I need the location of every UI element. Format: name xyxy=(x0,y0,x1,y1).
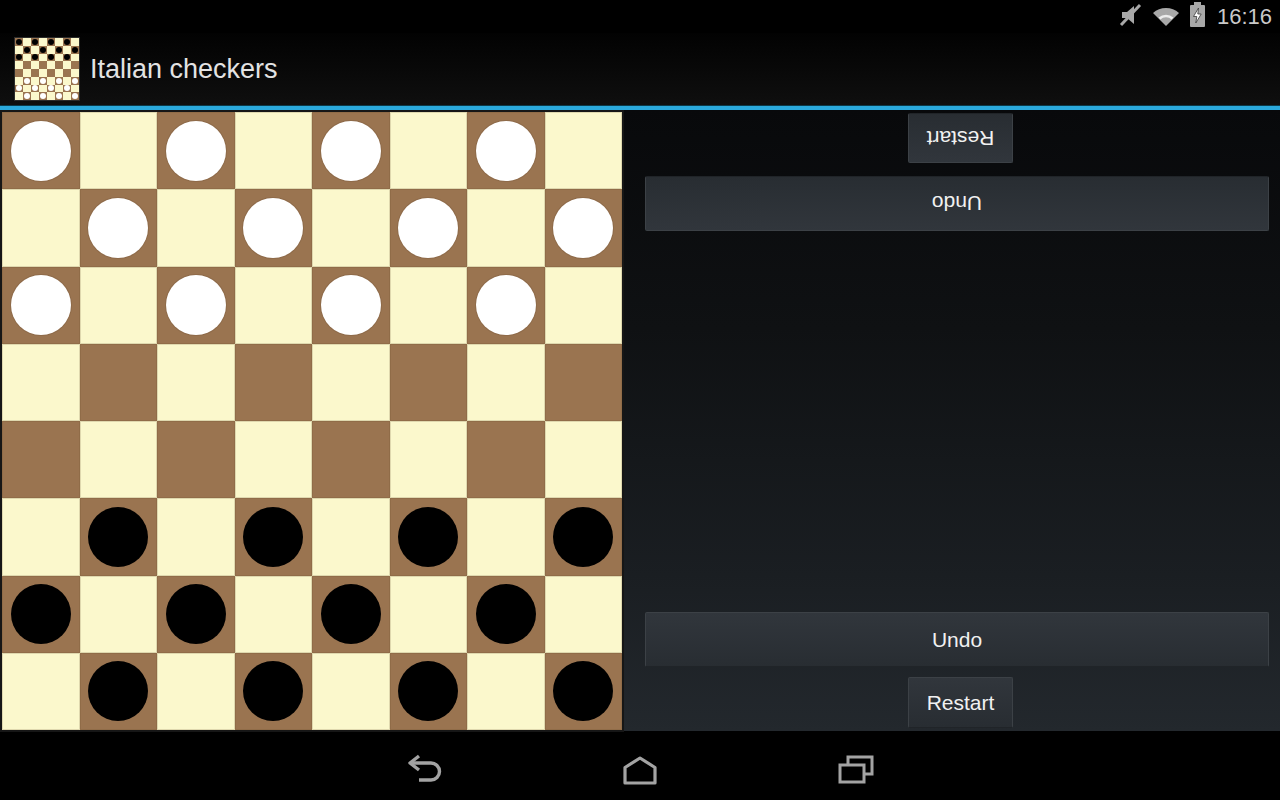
app-icon-square xyxy=(71,77,79,85)
white-piece[interactable] xyxy=(321,275,381,335)
square-r3c1[interactable] xyxy=(80,344,158,421)
square-r3c5[interactable] xyxy=(390,344,468,421)
recents-icon[interactable] xyxy=(832,752,880,788)
undo-button-top-rotated[interactable]: Undo xyxy=(645,176,1269,231)
app-icon-square xyxy=(71,61,79,69)
square-r1c0[interactable] xyxy=(2,189,80,266)
app-icon-square xyxy=(39,54,47,62)
square-r4c1[interactable] xyxy=(80,421,158,498)
app-icon-piece xyxy=(72,93,78,99)
square-r6c0[interactable] xyxy=(2,576,80,653)
app-icon-square xyxy=(71,54,79,62)
square-r4c6[interactable] xyxy=(467,421,545,498)
square-r3c6[interactable] xyxy=(467,344,545,421)
square-r2c0[interactable] xyxy=(2,267,80,344)
app-icon-piece xyxy=(32,85,38,91)
square-r7c0[interactable] xyxy=(2,653,80,730)
status-bar: 16:16 xyxy=(0,0,1280,33)
app-icon-square xyxy=(47,92,55,100)
app-icon-square xyxy=(39,92,47,100)
app-icon-piece xyxy=(24,78,30,84)
app-icon-piece xyxy=(40,93,46,99)
app-icon-square xyxy=(47,61,55,69)
square-r7c4[interactable] xyxy=(312,653,390,730)
app-icon-square xyxy=(55,61,63,69)
app-icon-square xyxy=(55,54,63,62)
square-r6c6[interactable] xyxy=(467,576,545,653)
app-icon-square xyxy=(47,85,55,93)
square-r6c7[interactable] xyxy=(545,576,623,653)
app-icon-square xyxy=(47,46,55,54)
app-icon-square xyxy=(55,69,63,77)
square-r5c5[interactable] xyxy=(390,498,468,575)
square-r7c7[interactable] xyxy=(545,653,623,730)
app-icon-piece xyxy=(40,47,46,53)
app-icon-square xyxy=(63,61,71,69)
home-icon[interactable] xyxy=(616,752,664,788)
board[interactable] xyxy=(0,110,624,732)
black-piece[interactable] xyxy=(88,507,148,567)
square-r3c7[interactable] xyxy=(545,344,623,421)
square-r6c5[interactable] xyxy=(390,576,468,653)
app-icon-square xyxy=(39,46,47,54)
square-r7c3[interactable] xyxy=(235,653,313,730)
square-r3c0[interactable] xyxy=(2,344,80,421)
app-icon-square xyxy=(15,61,23,69)
app-icon-square xyxy=(23,61,31,69)
white-piece[interactable] xyxy=(166,121,226,181)
app-icon-square xyxy=(31,38,39,46)
app-icon-piece xyxy=(72,47,78,53)
app-icon-piece xyxy=(48,39,54,45)
square-r1c3[interactable] xyxy=(235,189,313,266)
white-piece[interactable] xyxy=(553,198,613,258)
black-piece[interactable] xyxy=(553,661,613,721)
square-r2c6[interactable] xyxy=(467,267,545,344)
app-icon-square xyxy=(23,85,31,93)
square-r5c3[interactable] xyxy=(235,498,313,575)
square-r4c5[interactable] xyxy=(390,421,468,498)
app-icon-square xyxy=(55,77,63,85)
app-icon-square xyxy=(63,77,71,85)
square-r5c0[interactable] xyxy=(2,498,80,575)
app-icon-piece xyxy=(56,78,62,84)
app-icon-square xyxy=(31,46,39,54)
white-piece[interactable] xyxy=(476,275,536,335)
volume-muted-icon xyxy=(1119,3,1143,31)
app-icon-piece xyxy=(56,47,62,53)
square-r1c6[interactable] xyxy=(467,189,545,266)
square-r6c4[interactable] xyxy=(312,576,390,653)
square-r4c0[interactable] xyxy=(2,421,80,498)
undo-button-bottom[interactable]: Undo xyxy=(645,612,1269,667)
app-icon-square xyxy=(47,77,55,85)
app-icon-square xyxy=(31,92,39,100)
app-icon-square xyxy=(55,38,63,46)
square-r2c1[interactable] xyxy=(80,267,158,344)
black-piece[interactable] xyxy=(398,661,458,721)
app-icon-square xyxy=(63,38,71,46)
app-icon-square xyxy=(63,46,71,54)
app-icon-square xyxy=(31,85,39,93)
square-r2c5[interactable] xyxy=(390,267,468,344)
app-icon-piece xyxy=(48,54,54,60)
app-icon-square xyxy=(15,69,23,77)
square-r5c1[interactable] xyxy=(80,498,158,575)
white-piece[interactable] xyxy=(243,198,303,258)
app-icon-square xyxy=(15,46,23,54)
black-piece[interactable] xyxy=(88,661,148,721)
app-icon-piece xyxy=(64,85,70,91)
app-icon-piece xyxy=(72,78,78,84)
square-r5c7[interactable] xyxy=(545,498,623,575)
white-piece[interactable] xyxy=(476,121,536,181)
square-r2c7[interactable] xyxy=(545,267,623,344)
app-icon-square xyxy=(31,77,39,85)
app-icon-square xyxy=(39,85,47,93)
square-r0c0[interactable] xyxy=(2,112,80,189)
square-r7c1[interactable] xyxy=(80,653,158,730)
app-icon-square xyxy=(47,69,55,77)
restart-button-top-rotated[interactable]: Restart xyxy=(908,113,1013,163)
app-icon-piece xyxy=(64,54,70,60)
app-icon-piece xyxy=(16,54,22,60)
white-piece[interactable] xyxy=(398,198,458,258)
app-icon-square xyxy=(15,85,23,93)
app-icon-square xyxy=(39,69,47,77)
square-r4c4[interactable] xyxy=(312,421,390,498)
square-r2c3[interactable] xyxy=(235,267,313,344)
black-piece[interactable] xyxy=(243,507,303,567)
white-piece[interactable] xyxy=(11,275,71,335)
restart-button-bottom[interactable]: Restart xyxy=(908,677,1013,728)
square-r7c6[interactable] xyxy=(467,653,545,730)
square-r7c2[interactable] xyxy=(157,653,235,730)
app-icon-piece xyxy=(24,47,30,53)
app-icon-square xyxy=(39,38,47,46)
black-piece[interactable] xyxy=(321,584,381,644)
square-r1c7[interactable] xyxy=(545,189,623,266)
app-icon-piece xyxy=(16,39,22,45)
square-r2c4[interactable] xyxy=(312,267,390,344)
app-icon-square xyxy=(63,54,71,62)
app-icon-square xyxy=(23,38,31,46)
action-bar: Italian checkers xyxy=(0,33,1280,105)
back-icon[interactable] xyxy=(400,752,448,788)
square-r0c4[interactable] xyxy=(312,112,390,189)
white-piece[interactable] xyxy=(321,121,381,181)
square-r5c4[interactable] xyxy=(312,498,390,575)
square-r3c3[interactable] xyxy=(235,344,313,421)
black-piece[interactable] xyxy=(243,661,303,721)
app-icon-square xyxy=(39,77,47,85)
black-piece[interactable] xyxy=(11,584,71,644)
app-icon-square xyxy=(55,85,63,93)
square-r0c5[interactable] xyxy=(390,112,468,189)
app-icon-square xyxy=(15,38,23,46)
app-icon-square xyxy=(23,77,31,85)
app-icon-square xyxy=(23,46,31,54)
app-icon-square xyxy=(63,69,71,77)
app-icon-square xyxy=(15,77,23,85)
app-icon-square xyxy=(31,54,39,62)
app-icon-square xyxy=(47,54,55,62)
black-piece[interactable] xyxy=(476,584,536,644)
navigation-bar xyxy=(0,741,1280,800)
app-icon-square xyxy=(63,92,71,100)
wifi-icon xyxy=(1151,3,1181,31)
page-title: Italian checkers xyxy=(90,54,278,85)
square-r4c2[interactable] xyxy=(157,421,235,498)
app-icon-square xyxy=(71,92,79,100)
screen: 16:16 Italian checkers Restart Undo Undo… xyxy=(0,0,1280,800)
app-icon-piece xyxy=(16,85,22,91)
square-r3c2[interactable] xyxy=(157,344,235,421)
app-icon-square xyxy=(31,69,39,77)
app-icon-square xyxy=(15,54,23,62)
square-r5c2[interactable] xyxy=(157,498,235,575)
app-icon-square xyxy=(71,69,79,77)
app-icon-square xyxy=(55,46,63,54)
square-r1c2[interactable] xyxy=(157,189,235,266)
app-icon-piece xyxy=(40,78,46,84)
square-r6c2[interactable] xyxy=(157,576,235,653)
square-r1c4[interactable] xyxy=(312,189,390,266)
square-r1c5[interactable] xyxy=(390,189,468,266)
white-piece[interactable] xyxy=(11,121,71,181)
square-r7c5[interactable] xyxy=(390,653,468,730)
app-icon-square xyxy=(71,85,79,93)
square-r4c3[interactable] xyxy=(235,421,313,498)
app-icon-square xyxy=(55,92,63,100)
side-panel: Restart Undo Undo Restart xyxy=(624,110,1280,731)
app-icon-square xyxy=(23,69,31,77)
square-r4c7[interactable] xyxy=(545,421,623,498)
square-r5c6[interactable] xyxy=(467,498,545,575)
app-icon-piece xyxy=(56,93,62,99)
square-r2c2[interactable] xyxy=(157,267,235,344)
square-r1c1[interactable] xyxy=(80,189,158,266)
app-icon-piece xyxy=(24,93,30,99)
square-r0c7[interactable] xyxy=(545,112,623,189)
square-r0c2[interactable] xyxy=(157,112,235,189)
app-icon-piece xyxy=(32,39,38,45)
app-icon xyxy=(14,37,80,101)
square-r6c1[interactable] xyxy=(80,576,158,653)
app-icon-square xyxy=(71,38,79,46)
white-piece[interactable] xyxy=(88,198,148,258)
clock: 16:16 xyxy=(1217,0,1272,33)
app-icon-square xyxy=(23,92,31,100)
square-r0c3[interactable] xyxy=(235,112,313,189)
black-piece[interactable] xyxy=(398,507,458,567)
app-icon-square xyxy=(63,85,71,93)
square-r0c1[interactable] xyxy=(80,112,158,189)
white-piece[interactable] xyxy=(166,275,226,335)
square-r6c3[interactable] xyxy=(235,576,313,653)
square-r0c6[interactable] xyxy=(467,112,545,189)
app-icon-piece xyxy=(64,39,70,45)
app-icon-square xyxy=(15,92,23,100)
app-icon-square xyxy=(23,54,31,62)
app-icon-square xyxy=(71,46,79,54)
app-icon-piece xyxy=(32,54,38,60)
app-icon-piece xyxy=(48,85,54,91)
app-icon-square xyxy=(39,61,47,69)
app-icon-square xyxy=(31,61,39,69)
black-piece[interactable] xyxy=(166,584,226,644)
app-icon-square xyxy=(47,38,55,46)
black-piece[interactable] xyxy=(553,507,613,567)
battery-charging-icon xyxy=(1189,2,1206,32)
square-r3c4[interactable] xyxy=(312,344,390,421)
